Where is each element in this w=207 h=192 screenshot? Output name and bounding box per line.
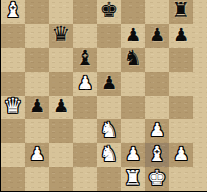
- square-h7[interactable]: ♟: [169, 24, 193, 48]
- square-d1[interactable]: [73, 167, 97, 191]
- square-b5[interactable]: [25, 72, 49, 96]
- square-g3[interactable]: ♟: [145, 119, 169, 143]
- square-g8[interactable]: [145, 0, 169, 24]
- piece-white-bishop[interactable]: ♝: [148, 144, 167, 165]
- square-f8[interactable]: [121, 0, 145, 24]
- square-h4[interactable]: [169, 96, 193, 120]
- square-d4[interactable]: [73, 96, 97, 120]
- piece-white-pawn[interactable]: ♟: [173, 145, 189, 163]
- square-f3[interactable]: [121, 119, 145, 143]
- piece-black-pawn[interactable]: ♟: [29, 97, 45, 115]
- square-a6[interactable]: [1, 48, 25, 72]
- square-b6[interactable]: [25, 48, 49, 72]
- square-h8[interactable]: ♜: [169, 0, 193, 24]
- square-c1[interactable]: [49, 167, 73, 191]
- chess-board[interactable]: ♝♚♜♛♟♟♟♝♞♟♟♛♟♟♞♟♟♞♟♝♟♜♚: [1, 0, 193, 191]
- piece-black-pawn[interactable]: ♟: [125, 26, 141, 44]
- piece-white-pawn[interactable]: ♟: [149, 121, 165, 139]
- square-c4[interactable]: ♟: [49, 96, 73, 120]
- square-g2[interactable]: ♝: [145, 143, 169, 167]
- piece-white-bishop[interactable]: ♝: [4, 0, 23, 21]
- square-b4[interactable]: ♟: [25, 96, 49, 120]
- piece-white-knight[interactable]: ♞: [100, 144, 119, 165]
- square-c2[interactable]: [49, 143, 73, 167]
- square-e7[interactable]: [97, 24, 121, 48]
- piece-white-rook[interactable]: ♜: [124, 168, 143, 189]
- piece-black-knight[interactable]: ♞: [124, 48, 143, 69]
- chess-app-window: ♝♚♜♛♟♟♟♝♞♟♟♛♟♟♞♟♟♞♟♝♟♜♚: [0, 0, 207, 192]
- piece-black-pawn[interactable]: ♟: [149, 26, 165, 44]
- square-f2[interactable]: ♟: [121, 143, 145, 167]
- square-e3[interactable]: ♞: [97, 119, 121, 143]
- piece-white-king[interactable]: ♚: [148, 168, 167, 189]
- square-e4[interactable]: [97, 96, 121, 120]
- square-b3[interactable]: [25, 119, 49, 143]
- square-c5[interactable]: [49, 72, 73, 96]
- square-d8[interactable]: [73, 0, 97, 24]
- square-g4[interactable]: [145, 96, 169, 120]
- piece-black-bishop[interactable]: ♝: [76, 48, 95, 69]
- square-d3[interactable]: [73, 119, 97, 143]
- square-a7[interactable]: [1, 24, 25, 48]
- square-a2[interactable]: [1, 143, 25, 167]
- square-a3[interactable]: [1, 119, 25, 143]
- square-e2[interactable]: ♞: [97, 143, 121, 167]
- piece-white-pawn[interactable]: ♟: [29, 145, 45, 163]
- square-e1[interactable]: [97, 167, 121, 191]
- square-h5[interactable]: [169, 72, 193, 96]
- square-a8[interactable]: ♝: [1, 0, 25, 24]
- square-c7[interactable]: ♛: [49, 24, 73, 48]
- piece-black-king[interactable]: ♚: [100, 0, 119, 21]
- square-a1[interactable]: [1, 167, 25, 191]
- square-e6[interactable]: [97, 48, 121, 72]
- square-c6[interactable]: [49, 48, 73, 72]
- square-h6[interactable]: [169, 48, 193, 72]
- square-d5[interactable]: ♟: [73, 72, 97, 96]
- square-g6[interactable]: [145, 48, 169, 72]
- piece-white-queen[interactable]: ♛: [4, 96, 23, 117]
- square-f5[interactable]: [121, 72, 145, 96]
- square-e8[interactable]: ♚: [97, 0, 121, 24]
- square-f4[interactable]: [121, 96, 145, 120]
- square-g5[interactable]: [145, 72, 169, 96]
- piece-black-queen[interactable]: ♛: [52, 24, 71, 45]
- piece-white-knight[interactable]: ♞: [100, 120, 119, 141]
- square-b7[interactable]: [25, 24, 49, 48]
- square-b2[interactable]: ♟: [25, 143, 49, 167]
- square-h1[interactable]: [169, 167, 193, 191]
- piece-white-pawn[interactable]: ♟: [77, 74, 93, 92]
- square-d7[interactable]: [73, 24, 97, 48]
- square-c8[interactable]: [49, 0, 73, 24]
- square-f7[interactable]: ♟: [121, 24, 145, 48]
- square-f6[interactable]: ♞: [121, 48, 145, 72]
- piece-black-pawn[interactable]: ♟: [53, 97, 69, 115]
- square-f1[interactable]: ♜: [121, 167, 145, 191]
- square-b1[interactable]: [25, 167, 49, 191]
- square-a5[interactable]: [1, 72, 25, 96]
- piece-black-pawn[interactable]: ♟: [173, 26, 189, 44]
- square-e5[interactable]: ♟: [97, 72, 121, 96]
- piece-white-pawn[interactable]: ♟: [125, 145, 141, 163]
- square-d6[interactable]: ♝: [73, 48, 97, 72]
- square-a4[interactable]: ♛: [1, 96, 25, 120]
- square-b8[interactable]: [25, 0, 49, 24]
- square-h3[interactable]: [169, 119, 193, 143]
- right-margin: [193, 0, 207, 191]
- piece-black-rook[interactable]: ♜: [172, 0, 191, 21]
- square-g7[interactable]: ♟: [145, 24, 169, 48]
- square-g1[interactable]: ♚: [145, 167, 169, 191]
- square-c3[interactable]: [49, 119, 73, 143]
- square-d2[interactable]: [73, 143, 97, 167]
- piece-black-pawn[interactable]: ♟: [101, 74, 117, 92]
- square-h2[interactable]: ♟: [169, 143, 193, 167]
